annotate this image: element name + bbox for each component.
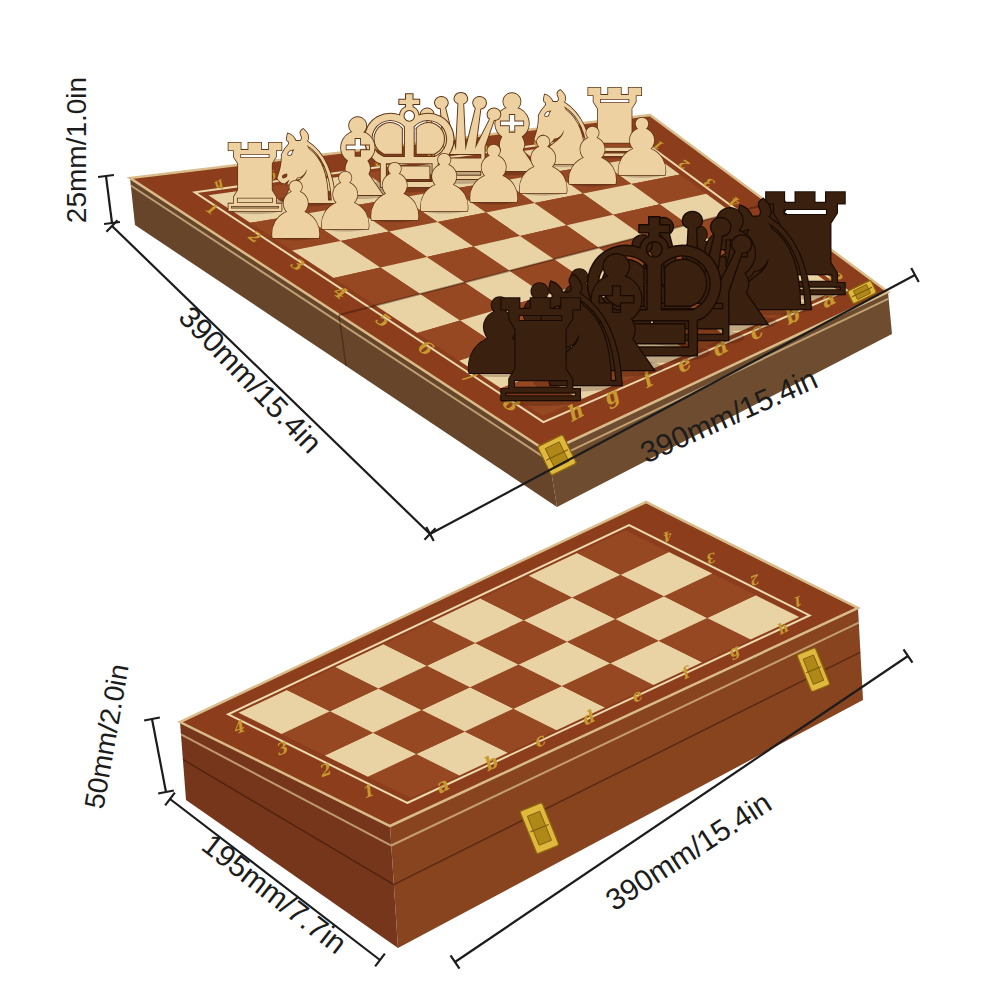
product-photo: abcdefgh112233441122334455667788aabbccdd… [0,0,1001,1001]
dimension-tick [158,790,174,793]
dimension-tick [451,955,460,968]
dimension-tick [426,527,434,541]
piece-white-pawn-h2: ♟ [261,165,331,257]
dimension-tick [104,222,120,224]
dimension-tick [904,649,913,662]
dimension-tick [165,793,175,806]
dimension-label-open-thickness: 25mm/1.0in [61,77,92,223]
dimension-tick [375,954,385,967]
open-board: 1122334455667788aabbccddeeffgghh♜♞♝♟♛♟♚♟… [130,69,892,507]
dim-line-open-thickness [106,176,112,223]
chess-set-scene: abcdefgh112233441122334455667788aabbccdd… [0,0,1001,1001]
dimension-tick [911,268,919,282]
dimension-tick [98,175,114,177]
dimension-label-folded-height: 50mm/2.0in [79,662,135,811]
piece-black-rook-h8: ♜ [478,271,603,433]
dim-line-folded-height [152,719,166,792]
dimension-tick [144,717,160,720]
